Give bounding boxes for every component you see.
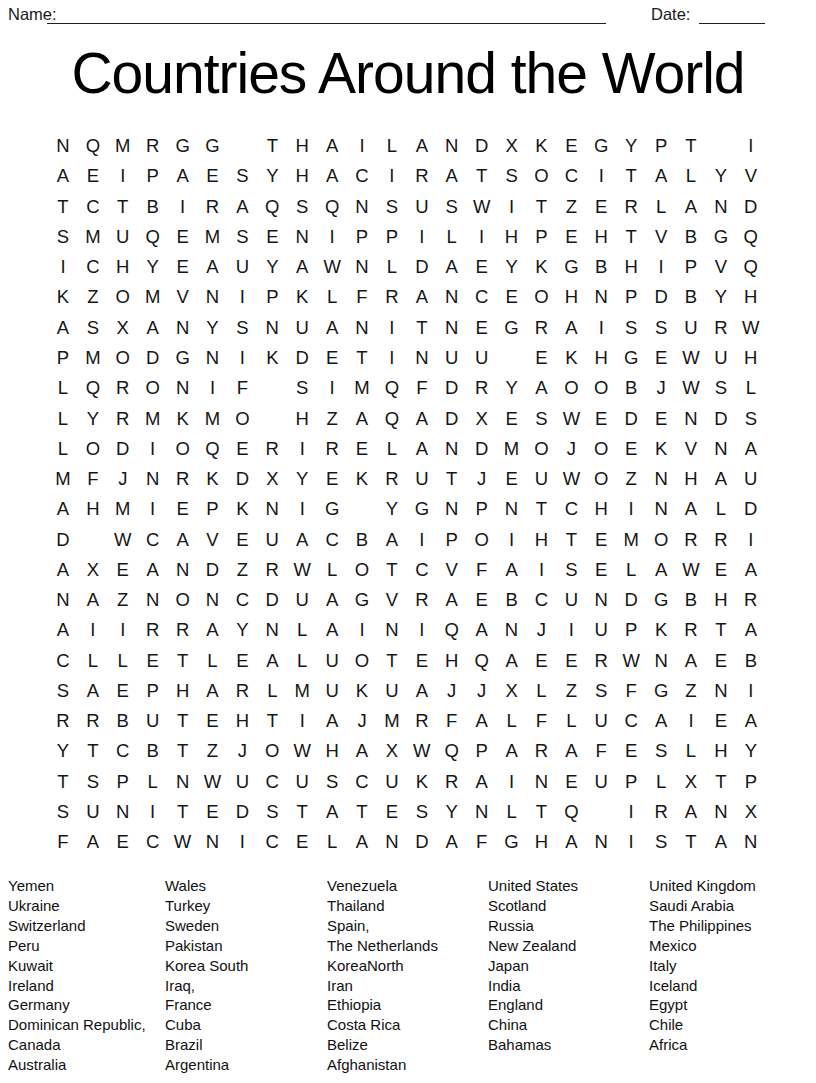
word-item: Thailand [327, 896, 438, 916]
grid-cell-r14c18: T [556, 524, 586, 554]
grid-cell-r5c21: I [646, 252, 676, 282]
grid-cell-r17c16: N [497, 615, 527, 645]
grid-cell-r10c12: Q [377, 403, 407, 433]
grid-cell-r10c9: H [287, 403, 317, 433]
grid-cell-r1c6: G [198, 131, 228, 161]
grid-cell-r16c19: N [586, 585, 616, 615]
grid-cell-r23c5: T [168, 797, 198, 827]
grid-cell-r6c12: R [377, 282, 407, 312]
grid-cell-r16c21: G [646, 585, 676, 615]
grid-cell-r6c7: I [227, 282, 257, 312]
grid-cell-r8c12: I [377, 343, 407, 373]
grid-cell-r17c10: A [317, 615, 347, 645]
grid-cell-r22c21: L [646, 767, 676, 797]
grid-cell-r4c19: H [586, 222, 616, 252]
grid-cell-r13c6: P [198, 494, 228, 524]
grid-cell-r1c20: Y [616, 131, 646, 161]
grid-cell-r15c23: E [706, 555, 736, 585]
word-item: Ethiopia [327, 995, 438, 1015]
grid-cell-r11c8: R [257, 434, 287, 464]
grid-cell-r10c11: A [347, 403, 377, 433]
grid-cell-r4c7: S [227, 222, 257, 252]
grid-cell-r24c14: A [437, 827, 467, 857]
grid-cell-r2c9: H [287, 161, 317, 191]
grid-cell-r11c16: M [497, 434, 527, 464]
grid-cell-r17c14: Q [437, 615, 467, 645]
grid-cell-r17c19: U [586, 615, 616, 645]
word-item: Iran [327, 976, 438, 996]
grid-cell-r11c23: N [706, 434, 736, 464]
grid-cell-r24c2: A [78, 827, 108, 857]
grid-cell-r18c22: A [676, 646, 706, 676]
grid-cell-r3c13: U [407, 192, 437, 222]
grid-cell-r4c22: B [676, 222, 706, 252]
grid-cell-r4c18: E [556, 222, 586, 252]
date-label: Date: [651, 5, 690, 24]
grid-cell-r20c15: A [467, 706, 497, 736]
grid-cell-r1c7 [227, 131, 257, 161]
grid-cell-r24c9: E [287, 827, 317, 857]
grid-cell-r5c13: D [407, 252, 437, 282]
word-item: Scotland [488, 896, 578, 916]
grid-cell-r9c10: I [317, 373, 347, 403]
grid-cell-r7c4: A [138, 313, 168, 343]
grid-cell-r16c16: B [497, 585, 527, 615]
grid-cell-r22c4: L [138, 767, 168, 797]
grid-cell-r3c7: A [227, 192, 257, 222]
grid-cell-r8c2: M [78, 343, 108, 373]
grid-cell-r13c4: I [138, 494, 168, 524]
grid-cell-r5c10: W [317, 252, 347, 282]
grid-cell-r23c15: N [467, 797, 497, 827]
grid-cell-r2c10: A [317, 161, 347, 191]
grid-cell-r22c18: E [556, 767, 586, 797]
grid-cell-r3c17: T [527, 192, 557, 222]
grid-cell-r24c12: N [377, 827, 407, 857]
grid-cell-r8c16 [497, 343, 527, 373]
grid-cell-r9c16: Y [497, 373, 527, 403]
grid-cell-r21c19: F [586, 736, 616, 766]
word-item: Africa [649, 1035, 756, 1055]
grid-cell-r13c15: P [467, 494, 497, 524]
grid-cell-r2c6: E [198, 161, 228, 191]
grid-cell-r2c5: A [168, 161, 198, 191]
grid-cell-r5c1: I [48, 252, 78, 282]
grid-cell-r9c1: L [48, 373, 78, 403]
grid-cell-r18c8: A [257, 646, 287, 676]
grid-cell-r5c12: L [377, 252, 407, 282]
grid-cell-r13c16: N [497, 494, 527, 524]
grid-cell-r12c4: N [138, 464, 168, 494]
grid-cell-r14c24: I [736, 524, 766, 554]
word-item: Afghanistan [327, 1055, 438, 1075]
grid-cell-r10c16: E [497, 403, 527, 433]
grid-cell-r13c13: G [407, 494, 437, 524]
grid-cell-r5c11: N [347, 252, 377, 282]
grid-cell-r13c18: C [556, 494, 586, 524]
grid-cell-r13c1: A [48, 494, 78, 524]
grid-cell-r6c23: Y [706, 282, 736, 312]
grid-cell-r5c8: Y [257, 252, 287, 282]
grid-cell-r20c2: R [78, 706, 108, 736]
grid-cell-r12c22: H [676, 464, 706, 494]
grid-cell-r18c23: E [706, 646, 736, 676]
word-item: Italy [649, 956, 756, 976]
grid-cell-r11c9: I [287, 434, 317, 464]
grid-cell-r17c15: A [467, 615, 497, 645]
grid-cell-r19c6: A [198, 676, 228, 706]
grid-cell-r13c24: D [736, 494, 766, 524]
grid-cell-r14c17: H [527, 524, 557, 554]
grid-cell-r21c5: T [168, 736, 198, 766]
grid-cell-r23c11: T [347, 797, 377, 827]
grid-cell-r22c23: T [706, 767, 736, 797]
grid-cell-r24c10: L [317, 827, 347, 857]
grid-cell-r11c24: A [736, 434, 766, 464]
grid-cell-r11c13: A [407, 434, 437, 464]
grid-cell-r7c5: N [168, 313, 198, 343]
grid-cell-r11c6: Q [198, 434, 228, 464]
grid-cell-r20c19: U [586, 706, 616, 736]
grid-cell-r2c11: C [347, 161, 377, 191]
grid-cell-r9c24: L [736, 373, 766, 403]
grid-cell-r7c6: Y [198, 313, 228, 343]
grid-cell-r23c9: T [287, 797, 317, 827]
grid-cell-r18c24: B [736, 646, 766, 676]
grid-cell-r23c7: D [227, 797, 257, 827]
letter-grid: NQMRGGTHAILANDXKEGYPTIAEIPAESYHACIRATSOC… [48, 131, 766, 857]
grid-cell-r16c4: N [138, 585, 168, 615]
grid-cell-r17c20: P [616, 615, 646, 645]
grid-cell-r6c22: B [676, 282, 706, 312]
grid-cell-r23c3: N [108, 797, 138, 827]
grid-cell-r23c8: S [257, 797, 287, 827]
grid-cell-r1c3: M [108, 131, 138, 161]
grid-cell-r24c6: N [198, 827, 228, 857]
grid-cell-r20c17: F [527, 706, 557, 736]
grid-cell-r21c7: J [227, 736, 257, 766]
grid-cell-r11c22: V [676, 434, 706, 464]
grid-cell-r8c23: U [706, 343, 736, 373]
grid-cell-r3c2: C [78, 192, 108, 222]
grid-cell-r6c3: O [108, 282, 138, 312]
grid-cell-r10c15: X [467, 403, 497, 433]
grid-cell-r2c2: E [78, 161, 108, 191]
grid-cell-r16c23: H [706, 585, 736, 615]
grid-cell-r3c18: Z [556, 192, 586, 222]
grid-cell-r8c22: W [676, 343, 706, 373]
grid-cell-r7c15: E [467, 313, 497, 343]
word-list-column-4: United StatesScotlandRussiaNew ZealandJa… [488, 876, 578, 1055]
word-list: YemenUkraineSwitzerlandPeruKuwaitIreland… [0, 876, 816, 1076]
grid-cell-r11c4: I [138, 434, 168, 464]
grid-cell-r12c10: E [317, 464, 347, 494]
grid-cell-r12c1: M [48, 464, 78, 494]
grid-cell-r18c2: L [78, 646, 108, 676]
grid-cell-r10c24: S [736, 403, 766, 433]
grid-cell-r22c8: C [257, 767, 287, 797]
grid-cell-r9c22: W [676, 373, 706, 403]
grid-cell-r9c7: F [227, 373, 257, 403]
grid-cell-r15c18: S [556, 555, 586, 585]
grid-cell-r5c18: G [556, 252, 586, 282]
grid-cell-r22c2: S [78, 767, 108, 797]
grid-cell-r14c9: A [287, 524, 317, 554]
grid-cell-r20c13: R [407, 706, 437, 736]
grid-cell-r21c22: L [676, 736, 706, 766]
grid-cell-r15c8: R [257, 555, 287, 585]
grid-cell-r18c18: E [556, 646, 586, 676]
grid-cell-r3c24: D [736, 192, 766, 222]
grid-cell-r14c16: I [497, 524, 527, 554]
grid-cell-r22c13: K [407, 767, 437, 797]
grid-cell-r20c20: C [616, 706, 646, 736]
grid-cell-r14c1: D [48, 524, 78, 554]
grid-cell-r12c7: D [227, 464, 257, 494]
grid-cell-r4c13: I [407, 222, 437, 252]
grid-cell-r12c24: U [736, 464, 766, 494]
grid-cell-r24c16: G [497, 827, 527, 857]
grid-cell-r8c6: N [198, 343, 228, 373]
grid-cell-r15c11: O [347, 555, 377, 585]
grid-cell-r10c1: L [48, 403, 78, 433]
grid-cell-r17c2: I [78, 615, 108, 645]
grid-cell-r19c14: J [437, 676, 467, 706]
grid-cell-r9c17: A [527, 373, 557, 403]
grid-cell-r10c20: D [616, 403, 646, 433]
grid-cell-r4c1: S [48, 222, 78, 252]
grid-cell-r2c15: T [467, 161, 497, 191]
grid-cell-r6c6: N [198, 282, 228, 312]
grid-cell-r9c6: I [198, 373, 228, 403]
grid-cell-r6c4: M [138, 282, 168, 312]
grid-cell-r9c9: S [287, 373, 317, 403]
word-list-column-3: VenezuelaThailandSpain,The NetherlandsKo… [327, 876, 438, 1075]
grid-cell-r17c21: K [646, 615, 676, 645]
grid-cell-r15c22: W [676, 555, 706, 585]
grid-cell-r10c5: K [168, 403, 198, 433]
grid-cell-r9c19: O [586, 373, 616, 403]
grid-cell-r11c12: L [377, 434, 407, 464]
grid-cell-r15c20: L [616, 555, 646, 585]
grid-cell-r12c8: X [257, 464, 287, 494]
grid-cell-r11c11: E [347, 434, 377, 464]
grid-cell-r5c7: U [227, 252, 257, 282]
grid-cell-r1c19: G [586, 131, 616, 161]
word-item: Iraq, [165, 976, 248, 996]
grid-cell-r11c21: K [646, 434, 676, 464]
grid-cell-r4c16: H [497, 222, 527, 252]
grid-cell-r14c23: R [706, 524, 736, 554]
grid-cell-r2c3: I [108, 161, 138, 191]
grid-cell-r2c23: Y [706, 161, 736, 191]
grid-cell-r21c11: A [347, 736, 377, 766]
grid-cell-r19c18: Z [556, 676, 586, 706]
grid-cell-r12c15: J [467, 464, 497, 494]
grid-cell-r24c13: D [407, 827, 437, 857]
word-item: Ireland [8, 976, 146, 996]
grid-cell-r21c17: R [527, 736, 557, 766]
grid-cell-r8c8: K [257, 343, 287, 373]
grid-cell-r5c19: B [586, 252, 616, 282]
grid-cell-r18c10: U [317, 646, 347, 676]
grid-cell-r18c21: N [646, 646, 676, 676]
grid-cell-r7c8: N [257, 313, 287, 343]
grid-cell-r13c10: G [317, 494, 347, 524]
grid-cell-r3c21: L [646, 192, 676, 222]
grid-cell-r11c15: D [467, 434, 497, 464]
grid-cell-r16c15: E [467, 585, 497, 615]
grid-cell-r22c16: I [497, 767, 527, 797]
grid-cell-r4c14: L [437, 222, 467, 252]
grid-cell-r21c13: W [407, 736, 437, 766]
grid-cell-r22c22: X [676, 767, 706, 797]
grid-cell-r24c3: E [108, 827, 138, 857]
grid-cell-r7c22: U [676, 313, 706, 343]
word-item: Ukraine [8, 896, 146, 916]
grid-cell-r17c12: N [377, 615, 407, 645]
grid-cell-r21c12: X [377, 736, 407, 766]
grid-cell-r19c4: P [138, 676, 168, 706]
grid-cell-r20c8: T [257, 706, 287, 736]
grid-cell-r2c22: L [676, 161, 706, 191]
grid-cell-r7c1: A [48, 313, 78, 343]
grid-cell-r7c20: S [616, 313, 646, 343]
grid-cell-r20c24: A [736, 706, 766, 736]
grid-cell-r12c6: K [198, 464, 228, 494]
grid-cell-r3c10: Q [317, 192, 347, 222]
grid-cell-r17c23: T [706, 615, 736, 645]
grid-cell-r24c17: H [527, 827, 557, 857]
grid-cell-r20c11: J [347, 706, 377, 736]
grid-cell-r13c8: N [257, 494, 287, 524]
grid-cell-r19c24: I [736, 676, 766, 706]
grid-cell-r19c16: X [497, 676, 527, 706]
word-item: Wales [165, 876, 248, 896]
grid-cell-r11c17: O [527, 434, 557, 464]
grid-cell-r8c17: E [527, 343, 557, 373]
grid-cell-r4c3: U [108, 222, 138, 252]
grid-cell-r18c17: E [527, 646, 557, 676]
grid-cell-r18c14: H [437, 646, 467, 676]
grid-cell-r11c5: O [168, 434, 198, 464]
grid-cell-r4c17: P [527, 222, 557, 252]
grid-cell-r7c10: A [317, 313, 347, 343]
grid-cell-r6c21: D [646, 282, 676, 312]
grid-cell-r7c13: T [407, 313, 437, 343]
grid-cell-r14c8: U [257, 524, 287, 554]
grid-cell-r24c8: C [257, 827, 287, 857]
grid-cell-r1c4: R [138, 131, 168, 161]
word-item: Cuba [165, 1015, 248, 1035]
grid-cell-r2c24: V [736, 161, 766, 191]
grid-cell-r20c4: U [138, 706, 168, 736]
grid-cell-r21c24: Y [736, 736, 766, 766]
grid-cell-r23c17: T [527, 797, 557, 827]
grid-cell-r23c21: R [646, 797, 676, 827]
grid-cell-r19c20: F [616, 676, 646, 706]
grid-cell-r12c9: Y [287, 464, 317, 494]
grid-cell-r7c9: U [287, 313, 317, 343]
grid-cell-r14c19: E [586, 524, 616, 554]
grid-cell-r24c19: N [586, 827, 616, 857]
grid-cell-r5c2: C [78, 252, 108, 282]
word-item: Peru [8, 936, 146, 956]
grid-cell-r9c23: S [706, 373, 736, 403]
word-item: England [488, 995, 578, 1015]
grid-cell-r3c5: I [168, 192, 198, 222]
grid-cell-r4c23: G [706, 222, 736, 252]
grid-cell-r15c4: A [138, 555, 168, 585]
grid-cell-r21c23: H [706, 736, 736, 766]
grid-cell-r2c20: T [616, 161, 646, 191]
word-list-column-2: WalesTurkeySwedenPakistanKorea SouthIraq… [165, 876, 248, 1075]
grid-cell-r24c7: I [227, 827, 257, 857]
grid-cell-r12c16: E [497, 464, 527, 494]
grid-cell-r1c21: P [646, 131, 676, 161]
grid-cell-r17c13: I [407, 615, 437, 645]
grid-cell-r24c15: F [467, 827, 497, 857]
name-blank-line [47, 23, 606, 24]
word-item: The Philippines [649, 916, 756, 936]
grid-cell-r23c18: Q [556, 797, 586, 827]
grid-cell-r15c17: I [527, 555, 557, 585]
grid-cell-r23c10: A [317, 797, 347, 827]
grid-cell-r1c22: T [676, 131, 706, 161]
grid-cell-r13c9: I [287, 494, 317, 524]
grid-cell-r10c6: M [198, 403, 228, 433]
grid-cell-r18c15: Q [467, 646, 497, 676]
grid-cell-r6c15: C [467, 282, 497, 312]
word-item: Brazil [165, 1035, 248, 1055]
grid-cell-r14c3: W [108, 524, 138, 554]
grid-cell-r21c10: H [317, 736, 347, 766]
grid-cell-r18c3: L [108, 646, 138, 676]
grid-cell-r14c13: I [407, 524, 437, 554]
grid-cell-r12c2: F [78, 464, 108, 494]
grid-cell-r17c4: R [138, 615, 168, 645]
grid-cell-r12c3: J [108, 464, 138, 494]
grid-cell-r13c2: H [78, 494, 108, 524]
grid-cell-r15c7: Z [227, 555, 257, 585]
grid-cell-r6c18: H [556, 282, 586, 312]
grid-cell-r13c20: I [616, 494, 646, 524]
grid-cell-r13c14: N [437, 494, 467, 524]
word-item: Kuwait [8, 956, 146, 976]
grid-cell-r22c3: P [108, 767, 138, 797]
grid-cell-r23c6: E [198, 797, 228, 827]
word-item: Switzerland [8, 916, 146, 936]
grid-cell-r14c7: E [227, 524, 257, 554]
grid-cell-r7c12: I [377, 313, 407, 343]
word-item: United Kingdom [649, 876, 756, 896]
grid-cell-r21c2: T [78, 736, 108, 766]
word-list-column-1: YemenUkraineSwitzerlandPeruKuwaitIreland… [8, 876, 146, 1075]
grid-cell-r8c20: G [616, 343, 646, 373]
grid-cell-r22c14: R [437, 767, 467, 797]
grid-cell-r19c9: M [287, 676, 317, 706]
grid-cell-r12c12: R [377, 464, 407, 494]
grid-cell-r14c14: P [437, 524, 467, 554]
grid-cell-r3c11: N [347, 192, 377, 222]
grid-cell-r8c11: T [347, 343, 377, 373]
grid-cell-r22c24: P [736, 767, 766, 797]
grid-cell-r5c24: Q [736, 252, 766, 282]
grid-cell-r20c21: A [646, 706, 676, 736]
grid-cell-r10c13: A [407, 403, 437, 433]
grid-cell-r9c21: J [646, 373, 676, 403]
grid-cell-r13c11 [347, 494, 377, 524]
